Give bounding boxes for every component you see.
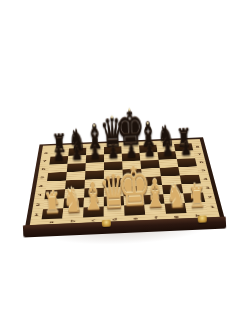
coord-label: 6 xyxy=(199,161,204,164)
piece-white-rook: ♜ xyxy=(187,183,205,212)
piece-white-knight: ♞ xyxy=(61,184,82,218)
coord-label: 5 xyxy=(40,176,45,179)
piece-black-pawn: ♟ xyxy=(179,139,191,158)
coord-label: 1 xyxy=(34,213,39,216)
board-grid: ♜♞♝♛♚♝♞♜♟♟♟♟♟♟♟♟♟♟♟♟♟♟♟♟♜♞♝♛♚♝♞♜ xyxy=(42,143,208,219)
brass-clasp-left xyxy=(102,220,111,227)
coord-label: 3 xyxy=(205,186,210,189)
finial-tip xyxy=(110,116,112,119)
piece-white-knight: ♞ xyxy=(165,179,186,213)
piece-black-pawn: ♟ xyxy=(89,143,101,162)
finial-tip xyxy=(93,124,95,127)
piece-black-pawn: ♟ xyxy=(161,140,173,159)
coord-label: 5 xyxy=(201,169,206,172)
scene: ♜♞♝♛♚♝♞♜♟♟♟♟♟♟♟♟♟♟♟♟♟♟♟♟♜♞♝♛♚♝♞♜ abcdefg… xyxy=(0,0,246,328)
piece-white-bishop: ♝ xyxy=(142,175,167,214)
coord-label: 6 xyxy=(41,168,45,171)
finial-tip xyxy=(146,122,148,125)
board-frame: ♜♞♝♛♚♝♞♜♟♟♟♟♟♟♟♟♟♟♟♟♟♟♟♟♜♞♝♛♚♝♞♜ abcdefg… xyxy=(25,137,225,227)
product-photo[interactable]: ♜♞♝♛♚♝♞♜♟♟♟♟♟♟♟♟♟♟♟♟♟♟♟♟♜♞♝♛♚♝♞♜ abcdefg… xyxy=(0,0,246,328)
brass-clasp-right xyxy=(197,215,206,222)
coord-label: 3 xyxy=(37,193,42,196)
piece-black-pawn: ♟ xyxy=(70,144,82,163)
finial-tip xyxy=(128,108,130,111)
chess-board: ♜♞♝♛♚♝♞♜♟♟♟♟♟♟♟♟♟♟♟♟♟♟♟♟♜♞♝♛♚♝♞♜ abcdefg… xyxy=(25,137,225,227)
piece-white-rook: ♜ xyxy=(42,189,60,218)
square-a5 xyxy=(47,172,67,181)
square-b7: ♟ xyxy=(68,155,87,164)
piece-black-pawn: ♟ xyxy=(52,145,64,164)
coord-label: 1 xyxy=(210,205,215,208)
square-c7: ♟ xyxy=(86,154,104,163)
